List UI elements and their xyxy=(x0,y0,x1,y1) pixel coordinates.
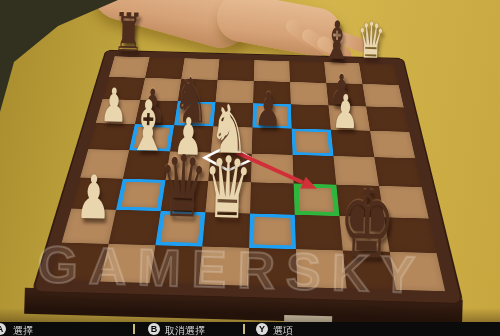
square-h6[interactable] xyxy=(366,106,409,131)
square-f2[interactable] xyxy=(295,215,343,251)
button-y[interactable]: Y xyxy=(256,323,268,335)
button-y-label: 選項 xyxy=(273,324,293,336)
square-e1[interactable] xyxy=(248,248,297,287)
square-f3[interactable] xyxy=(294,183,340,216)
square-f5[interactable] xyxy=(292,129,334,156)
square-c1[interactable] xyxy=(150,245,203,284)
square-f7[interactable] xyxy=(290,82,328,105)
piece-white-queen-d2[interactable]: ♛ xyxy=(202,145,254,232)
bar-separator xyxy=(133,324,135,334)
table-scene: ♜♟♟♞♟♟♟♝♟♞♟♛♛♚♝♛ GAMERSKY xyxy=(0,0,500,336)
button-a-label: 選擇 xyxy=(13,324,33,336)
bar-separator xyxy=(243,324,245,334)
piece-white-pawn-a2[interactable]: ♟ xyxy=(75,167,112,228)
square-f4[interactable] xyxy=(293,155,337,185)
square-h5[interactable] xyxy=(370,131,415,159)
square-e3[interactable] xyxy=(250,182,295,214)
square-b2[interactable] xyxy=(109,210,161,245)
square-h1[interactable] xyxy=(390,252,445,291)
button-a[interactable]: A xyxy=(0,323,6,335)
game-screen: ♜♟♟♞♟♟♟♝♟♞♟♛♛♚♝♛ GAMERSKY A 選擇 B 取消選擇 Y … xyxy=(0,0,500,336)
square-e8[interactable] xyxy=(254,60,290,82)
square-d8[interactable] xyxy=(218,59,255,81)
button-b[interactable]: B xyxy=(148,323,160,335)
piece-black-rook-a8[interactable]: ♜ xyxy=(113,5,145,59)
square-d1[interactable] xyxy=(199,247,249,286)
square-e4[interactable] xyxy=(251,154,294,184)
button-b-label: 取消選擇 xyxy=(165,324,205,336)
piece-white-pawn-a5[interactable]: ♟ xyxy=(100,82,128,129)
piece-black-king-g1[interactable]: ♚ xyxy=(338,174,397,273)
captured-white-queen: ♛ xyxy=(356,15,386,65)
square-e2[interactable] xyxy=(249,214,296,250)
square-b1[interactable] xyxy=(100,244,155,283)
square-a1[interactable] xyxy=(51,243,109,282)
captured-black-bishop: ♝ xyxy=(321,13,353,67)
square-h7[interactable] xyxy=(362,84,403,108)
controller-hint-bar: A 選擇 B 取消選擇 Y 選項 xyxy=(0,322,500,336)
piece-black-pawn-e5[interactable]: ♟ xyxy=(254,87,282,134)
square-f6[interactable] xyxy=(291,104,331,129)
table-front-shadow xyxy=(0,308,500,322)
piece-white-pawn-g5[interactable]: ♟ xyxy=(331,89,359,136)
